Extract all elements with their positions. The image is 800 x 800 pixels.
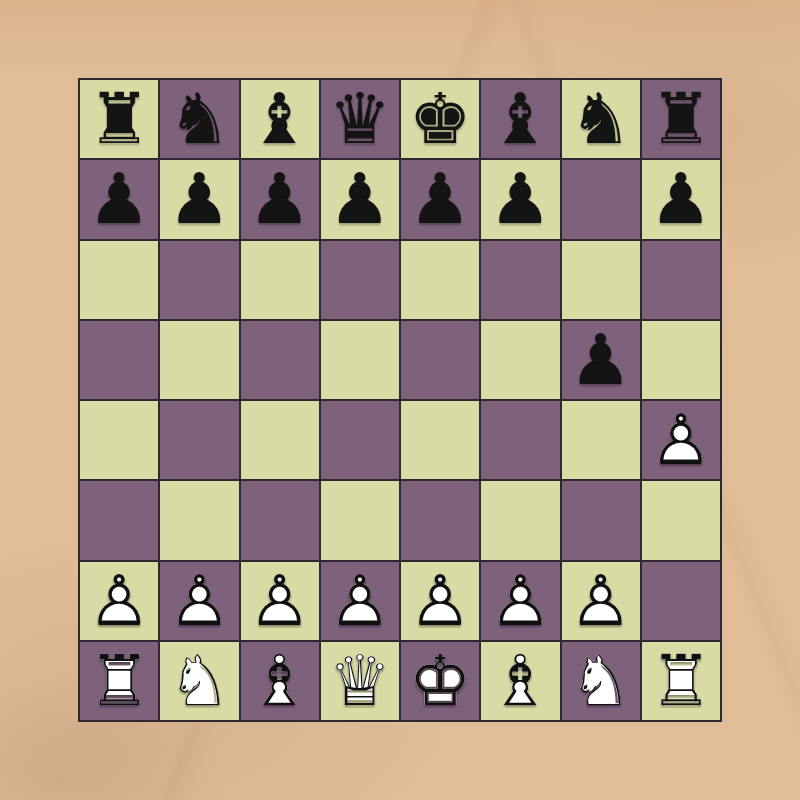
white-pawn-glyph-outline: ♙: [562, 562, 640, 640]
square-h5[interactable]: [642, 321, 720, 399]
piece-white-pawn[interactable]: ♟♙: [321, 562, 399, 640]
square-a2[interactable]: ♟♙: [80, 562, 158, 640]
square-f5[interactable]: [481, 321, 559, 399]
white-pawn-glyph-outline: ♙: [80, 562, 158, 640]
square-c6[interactable]: [241, 241, 319, 319]
square-f7[interactable]: ♟: [481, 160, 559, 238]
white-knight-glyph-outline: ♘: [160, 642, 238, 720]
black-rook-glyph-fill: ♜: [642, 80, 720, 158]
square-h3[interactable]: [642, 481, 720, 559]
square-d8[interactable]: ♛: [321, 80, 399, 158]
white-knight-glyph-outline: ♘: [562, 642, 640, 720]
piece-white-rook[interactable]: ♜♖: [642, 642, 720, 720]
piece-black-rook[interactable]: ♜: [80, 80, 158, 158]
piece-white-pawn[interactable]: ♟♙: [160, 562, 238, 640]
black-knight-glyph-fill: ♞: [562, 80, 640, 158]
white-pawn-glyph-outline: ♙: [401, 562, 479, 640]
piece-black-pawn[interactable]: ♟: [481, 160, 559, 238]
piece-white-pawn[interactable]: ♟♙: [401, 562, 479, 640]
square-c8[interactable]: ♝: [241, 80, 319, 158]
square-h6[interactable]: [642, 241, 720, 319]
chess-board: ♜♞♝♛♚♝♞♜♟♟♟♟♟♟♟♟♟♙♟♙♟♙♟♙♟♙♟♙♟♙♟♙♜♖♞♘♝♗♛♕…: [78, 78, 722, 722]
square-b6[interactable]: [160, 241, 238, 319]
square-h1[interactable]: ♜♖: [642, 642, 720, 720]
white-rook-glyph-outline: ♖: [80, 642, 158, 720]
square-g2[interactable]: ♟♙: [562, 562, 640, 640]
square-d5[interactable]: [321, 321, 399, 399]
white-pawn-glyph-outline: ♙: [241, 562, 319, 640]
square-g1[interactable]: ♞♘: [562, 642, 640, 720]
piece-black-pawn[interactable]: ♟: [321, 160, 399, 238]
square-h4[interactable]: ♟♙: [642, 401, 720, 479]
white-king-glyph-outline: ♔: [401, 642, 479, 720]
square-b4[interactable]: [160, 401, 238, 479]
black-pawn-glyph-fill: ♟: [321, 160, 399, 238]
piece-black-pawn[interactable]: ♟: [562, 321, 640, 399]
piece-black-pawn[interactable]: ♟: [160, 160, 238, 238]
black-knight-glyph-fill: ♞: [160, 80, 238, 158]
square-d7[interactable]: ♟: [321, 160, 399, 238]
piece-white-knight[interactable]: ♞♘: [160, 642, 238, 720]
black-pawn-glyph-fill: ♟: [80, 160, 158, 238]
square-g8[interactable]: ♞: [562, 80, 640, 158]
square-b8[interactable]: ♞: [160, 80, 238, 158]
square-b5[interactable]: [160, 321, 238, 399]
square-g7[interactable]: [562, 160, 640, 238]
piece-black-knight[interactable]: ♞: [562, 80, 640, 158]
square-f6[interactable]: [481, 241, 559, 319]
piece-white-bishop[interactable]: ♝♗: [241, 642, 319, 720]
square-g3[interactable]: [562, 481, 640, 559]
black-pawn-glyph-fill: ♟: [241, 160, 319, 238]
square-a5[interactable]: [80, 321, 158, 399]
square-b2[interactable]: ♟♙: [160, 562, 238, 640]
black-pawn-glyph-fill: ♟: [401, 160, 479, 238]
square-a4[interactable]: [80, 401, 158, 479]
black-rook-glyph-fill: ♜: [80, 80, 158, 158]
square-a3[interactable]: [80, 481, 158, 559]
square-a1[interactable]: ♜♖: [80, 642, 158, 720]
black-bishop-glyph-fill: ♝: [241, 80, 319, 158]
piece-black-king[interactable]: ♚: [401, 80, 479, 158]
piece-white-bishop[interactable]: ♝♗: [481, 642, 559, 720]
square-a8[interactable]: ♜: [80, 80, 158, 158]
white-pawn-glyph-outline: ♙: [481, 562, 559, 640]
piece-black-bishop[interactable]: ♝: [481, 80, 559, 158]
piece-white-queen[interactable]: ♛♕: [321, 642, 399, 720]
black-bishop-glyph-fill: ♝: [481, 80, 559, 158]
piece-black-pawn[interactable]: ♟: [642, 160, 720, 238]
square-f1[interactable]: ♝♗: [481, 642, 559, 720]
square-b7[interactable]: ♟: [160, 160, 238, 238]
piece-black-pawn[interactable]: ♟: [401, 160, 479, 238]
piece-white-pawn[interactable]: ♟♙: [562, 562, 640, 640]
black-pawn-glyph-fill: ♟: [642, 160, 720, 238]
piece-white-rook[interactable]: ♜♖: [80, 642, 158, 720]
square-a7[interactable]: ♟: [80, 160, 158, 238]
square-f2[interactable]: ♟♙: [481, 562, 559, 640]
white-bishop-glyph-outline: ♗: [241, 642, 319, 720]
square-g6[interactable]: [562, 241, 640, 319]
piece-white-pawn[interactable]: ♟♙: [241, 562, 319, 640]
square-b3[interactable]: [160, 481, 238, 559]
black-queen-glyph-fill: ♛: [321, 80, 399, 158]
black-pawn-glyph-fill: ♟: [562, 321, 640, 399]
white-pawn-glyph-outline: ♙: [321, 562, 399, 640]
black-king-glyph-fill: ♚: [401, 80, 479, 158]
piece-white-pawn[interactable]: ♟♙: [80, 562, 158, 640]
piece-black-pawn[interactable]: ♟: [80, 160, 158, 238]
square-d4[interactable]: [321, 401, 399, 479]
square-d3[interactable]: [321, 481, 399, 559]
piece-black-pawn[interactable]: ♟: [241, 160, 319, 238]
square-d6[interactable]: [321, 241, 399, 319]
square-b1[interactable]: ♞♘: [160, 642, 238, 720]
square-e3[interactable]: [401, 481, 479, 559]
square-g4[interactable]: [562, 401, 640, 479]
piece-white-pawn[interactable]: ♟♙: [642, 401, 720, 479]
piece-white-king[interactable]: ♚♔: [401, 642, 479, 720]
square-f4[interactable]: [481, 401, 559, 479]
square-e6[interactable]: [401, 241, 479, 319]
square-c3[interactable]: [241, 481, 319, 559]
square-c5[interactable]: [241, 321, 319, 399]
square-a6[interactable]: [80, 241, 158, 319]
square-d1[interactable]: ♛♕: [321, 642, 399, 720]
square-g5[interactable]: ♟: [562, 321, 640, 399]
white-bishop-glyph-outline: ♗: [481, 642, 559, 720]
white-rook-glyph-outline: ♖: [642, 642, 720, 720]
white-pawn-glyph-outline: ♙: [160, 562, 238, 640]
white-queen-glyph-outline: ♕: [321, 642, 399, 720]
piece-white-pawn[interactable]: ♟♙: [481, 562, 559, 640]
black-pawn-glyph-fill: ♟: [160, 160, 238, 238]
square-e2[interactable]: ♟♙: [401, 562, 479, 640]
square-h2[interactable]: [642, 562, 720, 640]
piece-black-bishop[interactable]: ♝: [241, 80, 319, 158]
piece-black-knight[interactable]: ♞: [160, 80, 238, 158]
square-e8[interactable]: ♚: [401, 80, 479, 158]
piece-black-rook[interactable]: ♜: [642, 80, 720, 158]
square-h8[interactable]: ♜: [642, 80, 720, 158]
white-pawn-glyph-outline: ♙: [642, 401, 720, 479]
black-pawn-glyph-fill: ♟: [481, 160, 559, 238]
square-c7[interactable]: ♟: [241, 160, 319, 238]
square-d2[interactable]: ♟♙: [321, 562, 399, 640]
square-c2[interactable]: ♟♙: [241, 562, 319, 640]
square-e7[interactable]: ♟: [401, 160, 479, 238]
square-c1[interactable]: ♝♗: [241, 642, 319, 720]
square-e5[interactable]: [401, 321, 479, 399]
square-f8[interactable]: ♝: [481, 80, 559, 158]
piece-white-knight[interactable]: ♞♘: [562, 642, 640, 720]
square-f3[interactable]: [481, 481, 559, 559]
square-c4[interactable]: [241, 401, 319, 479]
piece-black-queen[interactable]: ♛: [321, 80, 399, 158]
square-e1[interactable]: ♚♔: [401, 642, 479, 720]
square-e4[interactable]: [401, 401, 479, 479]
square-h7[interactable]: ♟: [642, 160, 720, 238]
